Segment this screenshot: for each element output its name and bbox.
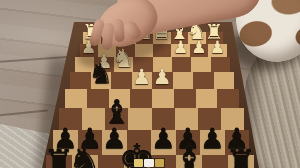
- square-d4[interactable]: ♟: [152, 72, 173, 89]
- square-a4[interactable]: [214, 72, 235, 89]
- white-pawn-e4[interactable]: ♟: [132, 67, 151, 88]
- square-e5[interactable]: [130, 89, 152, 108]
- square-g4[interactable]: ♞: [91, 72, 112, 89]
- square-e6[interactable]: [128, 108, 151, 130]
- white-pawn-c2[interactable]: ♟: [173, 39, 188, 56]
- square-g8[interactable]: ♞: [72, 155, 98, 168]
- video-watermark: [133, 158, 165, 168]
- square-d5[interactable]: [152, 89, 174, 108]
- square-b3[interactable]: [191, 57, 210, 72]
- square-a8[interactable]: ♜: [228, 155, 254, 168]
- square-h5[interactable]: [65, 89, 87, 108]
- black-rook-a8[interactable]: ♜: [225, 145, 257, 168]
- square-f4[interactable]: [111, 72, 132, 89]
- square-a3[interactable]: [211, 57, 230, 72]
- watermark-block: [155, 159, 164, 167]
- white-pawn-a2[interactable]: ♟: [210, 39, 225, 56]
- watermark-block: [144, 159, 153, 167]
- watermark-block: [134, 159, 143, 167]
- square-b4[interactable]: [193, 72, 214, 89]
- board-rank-4: ♞♟♟: [70, 72, 234, 89]
- square-e4[interactable]: ♟: [132, 72, 153, 89]
- board-rank-5: [65, 89, 239, 108]
- square-a2[interactable]: ♟: [208, 44, 226, 57]
- square-b2[interactable]: ♟: [190, 44, 208, 57]
- square-c4[interactable]: [173, 72, 194, 89]
- black-bishop-c8[interactable]: ♝: [171, 141, 207, 168]
- white-pawn-d4[interactable]: ♟: [153, 67, 172, 88]
- square-c8[interactable]: ♝: [176, 155, 202, 168]
- square-a5[interactable]: [217, 89, 239, 108]
- photo-scene: ♜♝♚♛♝♞♜♟♟♟♟♟♞♞♟♟♝♟♟♟♟♟♟♟♜♞♚♝♜: [0, 0, 300, 168]
- white-pawn-b2[interactable]: ♟: [191, 39, 206, 56]
- square-c3[interactable]: [172, 57, 191, 72]
- black-knight-g8[interactable]: ♞: [68, 142, 103, 168]
- square-b5[interactable]: [196, 89, 218, 108]
- square-c5[interactable]: [174, 89, 196, 108]
- square-c2[interactable]: ♟: [171, 44, 189, 57]
